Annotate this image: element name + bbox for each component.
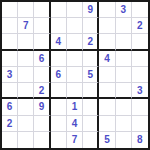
given-digit-r9c7: 5: [99, 132, 115, 148]
cell-r5c5[interactable]: [67, 67, 83, 83]
given-digit-r6c9: 3: [132, 83, 148, 99]
cell-r3c2[interactable]: [18, 34, 34, 50]
cell-r9c4[interactable]: [51, 132, 67, 148]
given-digit-r6c3: 2: [34, 83, 50, 99]
cell-r6c2[interactable]: [18, 83, 34, 99]
cell-r3c8[interactable]: [116, 34, 132, 50]
cell-r3c5[interactable]: [67, 34, 83, 50]
cell-r5c8[interactable]: [116, 67, 132, 83]
cell-r5c9[interactable]: [132, 67, 148, 83]
given-digit-r1c6: 9: [83, 2, 99, 18]
given-digit-r5c4: 6: [51, 67, 67, 83]
cell-r3c1[interactable]: [2, 34, 18, 50]
cell-r1c5[interactable]: [67, 2, 83, 18]
given-digit-r2c9: 2: [132, 18, 148, 34]
cell-r1c1[interactable]: [2, 2, 18, 18]
cell-r7c2[interactable]: [18, 99, 34, 115]
cell-r8c8[interactable]: [116, 116, 132, 132]
cell-r4c4[interactable]: [51, 51, 67, 67]
cell-r1c4[interactable]: [51, 2, 67, 18]
cell-r9c8[interactable]: [116, 132, 132, 148]
given-digit-r3c4: 4: [51, 34, 67, 50]
cell-r5c7[interactable]: [99, 67, 115, 83]
cell-r4c1[interactable]: [2, 51, 18, 67]
cell-r2c5[interactable]: [67, 18, 83, 34]
given-digit-r4c7: 4: [99, 51, 115, 67]
cell-r1c3[interactable]: [34, 2, 50, 18]
cell-r2c3[interactable]: [34, 18, 50, 34]
cell-r4c6[interactable]: [83, 51, 99, 67]
cell-r7c7[interactable]: [99, 99, 115, 115]
given-digit-r5c6: 5: [83, 67, 99, 83]
given-digit-r9c5: 7: [67, 132, 83, 148]
cell-r8c9[interactable]: [132, 116, 148, 132]
cell-r7c6[interactable]: [83, 99, 99, 115]
cell-r1c9[interactable]: [132, 2, 148, 18]
cell-r3c9[interactable]: [132, 34, 148, 50]
given-digit-r3c6: 2: [83, 34, 99, 50]
cell-r6c1[interactable]: [2, 83, 18, 99]
cell-r9c3[interactable]: [34, 132, 50, 148]
cell-r7c9[interactable]: [132, 99, 148, 115]
cell-r4c8[interactable]: [116, 51, 132, 67]
cell-r9c1[interactable]: [2, 132, 18, 148]
cell-r6c5[interactable]: [67, 83, 83, 99]
cell-r8c3[interactable]: [34, 116, 50, 132]
cell-r1c2[interactable]: [18, 2, 34, 18]
cell-r4c9[interactable]: [132, 51, 148, 67]
given-digit-r8c5: 4: [67, 116, 83, 132]
cell-r1c7[interactable]: [99, 2, 115, 18]
given-digit-r1c8: 3: [116, 2, 132, 18]
given-digit-r5c1: 3: [2, 67, 18, 83]
cell-r9c2[interactable]: [18, 132, 34, 148]
cell-r8c6[interactable]: [83, 116, 99, 132]
cell-r3c7[interactable]: [99, 34, 115, 50]
given-digit-r9c9: 8: [132, 132, 148, 148]
cell-r6c7[interactable]: [99, 83, 115, 99]
cell-r7c4[interactable]: [51, 99, 67, 115]
given-digit-r8c1: 2: [2, 116, 18, 132]
cell-r4c2[interactable]: [18, 51, 34, 67]
cell-r6c4[interactable]: [51, 83, 67, 99]
cell-r6c8[interactable]: [116, 83, 132, 99]
cell-r7c8[interactable]: [116, 99, 132, 115]
cell-r5c3[interactable]: [34, 67, 50, 83]
cell-r2c7[interactable]: [99, 18, 115, 34]
given-digit-r2c2: 7: [18, 18, 34, 34]
given-digit-r7c3: 9: [34, 99, 50, 115]
cell-r3c3[interactable]: [34, 34, 50, 50]
given-digit-r4c3: 6: [34, 51, 50, 67]
cell-r8c4[interactable]: [51, 116, 67, 132]
cell-r4c5[interactable]: [67, 51, 83, 67]
given-digit-r7c1: 6: [2, 99, 18, 115]
cell-r2c8[interactable]: [116, 18, 132, 34]
cell-r6c6[interactable]: [83, 83, 99, 99]
sudoku-board: 937242643652369124758: [0, 0, 150, 150]
cell-r8c2[interactable]: [18, 116, 34, 132]
cell-r5c2[interactable]: [18, 67, 34, 83]
cell-r9c6[interactable]: [83, 132, 99, 148]
given-digit-r7c5: 1: [67, 99, 83, 115]
cell-r2c4[interactable]: [51, 18, 67, 34]
cell-r2c1[interactable]: [2, 18, 18, 34]
cell-r2c6[interactable]: [83, 18, 99, 34]
cell-r8c7[interactable]: [99, 116, 115, 132]
